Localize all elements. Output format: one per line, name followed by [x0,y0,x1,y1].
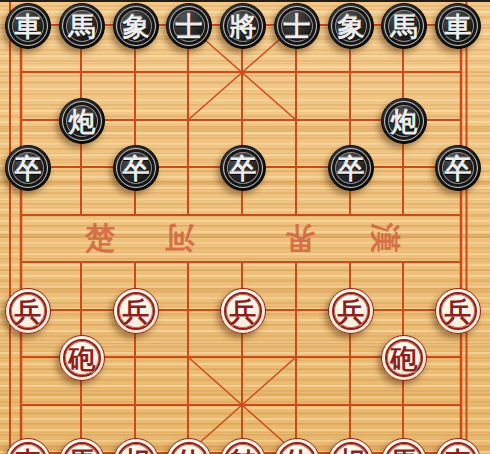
piece-black-soldier[interactable]: 卒 [435,145,481,191]
piece-glyph: 砲 [69,345,96,372]
piece-glyph: 馬 [69,448,96,454]
piece-black-chariot[interactable]: 車 [435,3,481,49]
piece-glyph: 仕 [176,448,203,454]
piece-glyph: 砲 [391,345,418,372]
piece-black-soldier[interactable]: 卒 [113,145,159,191]
piece-glyph: 相 [338,448,365,454]
river-text-char: 河 [162,220,198,256]
river-text-char: 楚 [82,220,118,256]
piece-black-soldier[interactable]: 卒 [5,145,51,191]
piece-red-cannon[interactable]: 砲 [381,335,427,381]
piece-glyph: 士 [176,13,203,40]
piece-red-soldier[interactable]: 兵 [328,288,374,334]
piece-glyph: 車 [445,13,472,40]
piece-red-soldier[interactable]: 兵 [113,288,159,334]
piece-glyph: 炮 [69,108,96,135]
piece-glyph: 象 [123,13,150,40]
piece-red-soldier[interactable]: 兵 [435,288,481,334]
river-text-char: 漢 [367,220,403,256]
piece-glyph: 士 [284,13,311,40]
piece-glyph: 車 [15,13,42,40]
piece-black-soldier[interactable]: 卒 [328,145,374,191]
piece-glyph: 兵 [338,298,365,325]
piece-glyph: 卒 [230,155,257,182]
piece-glyph: 兵 [445,298,472,325]
piece-glyph: 帥 [230,448,257,454]
piece-glyph: 車 [445,448,472,454]
piece-glyph: 兵 [15,298,42,325]
piece-glyph: 卒 [123,155,150,182]
piece-black-elephant[interactable]: 象 [328,3,374,49]
piece-glyph: 馬 [391,13,418,40]
piece-glyph: 象 [338,13,365,40]
piece-glyph: 卒 [15,155,42,182]
piece-glyph: 相 [123,448,150,454]
piece-glyph: 將 [230,13,257,40]
piece-glyph: 車 [15,448,42,454]
piece-glyph: 卒 [338,155,365,182]
piece-black-cannon[interactable]: 炮 [59,98,105,144]
board-grid-lines [0,0,490,454]
piece-glyph: 馬 [69,13,96,40]
xiangqi-board[interactable]: 楚河界漢 車馬象士將士象馬車炮炮卒卒卒卒卒兵兵兵兵兵砲砲車馬相仕帥仕相馬車 [0,0,490,454]
piece-black-horse[interactable]: 馬 [59,3,105,49]
piece-red-soldier[interactable]: 兵 [5,288,51,334]
piece-red-soldier[interactable]: 兵 [220,288,266,334]
screenshot-top-edge [0,0,490,2]
piece-black-horse[interactable]: 馬 [381,3,427,49]
piece-glyph: 卒 [445,155,472,182]
piece-glyph: 兵 [123,298,150,325]
piece-black-cannon[interactable]: 炮 [381,98,427,144]
piece-glyph: 兵 [230,298,257,325]
piece-black-advisor[interactable]: 士 [274,3,320,49]
piece-glyph: 炮 [391,108,418,135]
piece-red-cannon[interactable]: 砲 [59,335,105,381]
piece-black-soldier[interactable]: 卒 [220,145,266,191]
piece-black-advisor[interactable]: 士 [166,3,212,49]
piece-black-chariot[interactable]: 車 [5,3,51,49]
piece-black-elephant[interactable]: 象 [113,3,159,49]
piece-glyph: 馬 [391,448,418,454]
piece-black-general[interactable]: 將 [220,3,266,49]
river-text-char: 界 [282,220,318,256]
piece-glyph: 仕 [284,448,311,454]
